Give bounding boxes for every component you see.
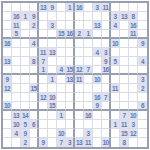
- cell-r2c1[interactable]: 11: [12, 21, 21, 30]
- cell-r15c13[interactable]: 8: [120, 138, 129, 147]
- cell-r1c7[interactable]: [66, 12, 75, 21]
- cell-r10c3[interactable]: [30, 93, 39, 102]
- cell-r8c6[interactable]: [57, 75, 66, 84]
- given-digit: 1: [59, 112, 62, 119]
- cell-r2c7[interactable]: [66, 21, 75, 30]
- cell-r12c2[interactable]: 14: [21, 111, 30, 120]
- cell-r11c4[interactable]: [39, 102, 48, 111]
- cell-r14c4[interactable]: [39, 129, 48, 138]
- cell-r6c1[interactable]: [12, 57, 21, 66]
- cell-r7c2[interactable]: [21, 66, 30, 75]
- cell-r9c12[interactable]: 11: [111, 84, 120, 93]
- given-digit: 12: [4, 85, 10, 92]
- given-digit: 6: [141, 102, 144, 109]
- cell-r0c5[interactable]: 9: [48, 3, 57, 12]
- given-digit: 15: [58, 30, 64, 37]
- given-digit: 3: [104, 49, 107, 56]
- cell-r9c13[interactable]: [120, 84, 129, 93]
- cell-r4c1[interactable]: [12, 39, 21, 48]
- given-digit: 1: [41, 66, 44, 73]
- cell-r2c10[interactable]: 13: [93, 21, 102, 30]
- cell-r6c11[interactable]: 9: [102, 57, 111, 66]
- given-digit: 8: [131, 13, 134, 20]
- cell-r0c2[interactable]: [21, 3, 30, 12]
- cell-r4c14[interactable]: [129, 39, 138, 48]
- cell-r2c12[interactable]: 4: [111, 21, 120, 30]
- given-digit: 3: [86, 130, 89, 137]
- cell-r5c5[interactable]: 13: [48, 48, 57, 57]
- cell-r7c10[interactable]: [93, 66, 102, 75]
- given-digit: 4: [95, 49, 98, 56]
- cell-r10c11[interactable]: 7: [102, 93, 111, 102]
- given-digit: 2: [23, 139, 26, 146]
- cell-r5c0[interactable]: [3, 48, 12, 57]
- cell-r3c0[interactable]: [3, 30, 12, 39]
- cell-r11c1[interactable]: [12, 102, 21, 111]
- cell-r14c8[interactable]: [75, 129, 84, 138]
- cell-r10c2[interactable]: [21, 93, 30, 102]
- cell-r12c4[interactable]: [39, 111, 48, 120]
- cell-r0c7[interactable]: 1: [66, 3, 75, 12]
- cell-r0c4[interactable]: 13: [39, 3, 48, 12]
- cell-r7c8[interactable]: 12: [75, 66, 84, 75]
- given-digit: 16: [130, 22, 136, 29]
- cell-r6c2[interactable]: [21, 57, 30, 66]
- cell-r2c3[interactable]: 2: [30, 21, 39, 30]
- cell-r7c14[interactable]: [129, 66, 138, 75]
- cell-r4c7[interactable]: [66, 39, 75, 48]
- cell-r0c13[interactable]: [120, 3, 129, 12]
- cell-r5c8[interactable]: [75, 48, 84, 57]
- cell-r8c12[interactable]: [111, 75, 120, 84]
- cell-r13c1[interactable]: 10: [12, 120, 21, 129]
- cell-r14c9[interactable]: 3: [84, 129, 93, 138]
- cell-r10c9[interactable]: [84, 93, 93, 102]
- cell-r13c2[interactable]: 5: [21, 120, 30, 129]
- cell-r5c13[interactable]: [120, 48, 129, 57]
- cell-r4c10[interactable]: [93, 39, 102, 48]
- given-digit: 13: [13, 112, 19, 119]
- cell-r10c7[interactable]: [66, 93, 75, 102]
- cell-r8c5[interactable]: 1: [48, 75, 57, 84]
- cell-r4c11[interactable]: [102, 39, 111, 48]
- cell-r0c11[interactable]: 11: [102, 3, 111, 12]
- cell-r7c3[interactable]: [30, 66, 39, 75]
- cell-r13c13[interactable]: 11: [120, 120, 129, 129]
- cell-r13c11[interactable]: [102, 120, 111, 129]
- cell-r14c11[interactable]: [102, 129, 111, 138]
- cell-r11c11[interactable]: [102, 102, 111, 111]
- cell-r4c12[interactable]: 10: [111, 39, 120, 48]
- cell-r8c15[interactable]: 3: [138, 75, 147, 84]
- cell-r4c6[interactable]: [57, 39, 66, 48]
- cell-r10c14[interactable]: [129, 93, 138, 102]
- cell-r15c4[interactable]: 9: [39, 138, 48, 147]
- cell-r10c6[interactable]: [57, 93, 66, 102]
- cell-r3c8[interactable]: 2: [75, 30, 84, 39]
- cell-r0c8[interactable]: 16: [75, 3, 84, 12]
- cell-r5c2[interactable]: [21, 48, 30, 57]
- cell-r8c10[interactable]: 10: [93, 75, 102, 84]
- cell-r15c6[interactable]: 7: [57, 138, 66, 147]
- cell-r6c14[interactable]: [129, 57, 138, 66]
- cell-r5c11[interactable]: 3: [102, 48, 111, 57]
- cell-r14c1[interactable]: 4: [12, 129, 21, 138]
- cell-r7c9[interactable]: 7: [84, 66, 93, 75]
- cell-r9c14[interactable]: [129, 84, 138, 93]
- cell-r7c4[interactable]: 1: [39, 66, 48, 75]
- cell-r13c7[interactable]: [66, 120, 75, 129]
- cell-r0c6[interactable]: [57, 3, 66, 12]
- cell-r6c10[interactable]: [93, 57, 102, 66]
- cell-r7c0[interactable]: [3, 66, 12, 75]
- cell-r6c13[interactable]: [120, 57, 129, 66]
- cell-r6c9[interactable]: [84, 57, 93, 66]
- cell-r1c15[interactable]: [138, 12, 147, 21]
- cell-r3c9[interactable]: 1: [84, 30, 93, 39]
- cell-r12c3[interactable]: [30, 111, 39, 120]
- cell-r3c4[interactable]: [39, 30, 48, 39]
- cell-r8c1[interactable]: [12, 75, 21, 84]
- cell-r15c12[interactable]: [111, 138, 120, 147]
- given-digit: 15: [30, 85, 36, 92]
- cell-r8c9[interactable]: [84, 75, 93, 84]
- given-digit: 11: [76, 76, 82, 83]
- cell-r3c13[interactable]: [120, 30, 129, 39]
- cell-r15c9[interactable]: 11: [84, 138, 93, 147]
- cell-r5c10[interactable]: 4: [93, 48, 102, 57]
- cell-r7c5[interactable]: [48, 66, 57, 75]
- given-digit: 2: [32, 22, 35, 29]
- cell-r11c5[interactable]: 15: [48, 102, 57, 111]
- cell-r3c7[interactable]: 16: [66, 30, 75, 39]
- cell-r5c9[interactable]: [84, 48, 93, 57]
- given-digit: 13: [40, 4, 46, 11]
- cell-r6c12[interactable]: 5: [111, 57, 120, 66]
- cell-r7c7[interactable]: 15: [66, 66, 75, 75]
- cell-r9c0[interactable]: 12: [3, 84, 12, 93]
- cell-r4c8[interactable]: [75, 39, 84, 48]
- cell-r15c1[interactable]: [12, 138, 21, 147]
- cell-r15c15[interactable]: [138, 138, 147, 147]
- cell-r12c12[interactable]: [111, 111, 120, 120]
- cell-r12c9[interactable]: 16: [84, 111, 93, 120]
- cell-r13c5[interactable]: [48, 120, 57, 129]
- cell-r3c15[interactable]: [138, 30, 147, 39]
- cell-r7c15[interactable]: [138, 66, 147, 75]
- given-digit: 11: [103, 4, 109, 11]
- given-digit: 7: [122, 112, 125, 119]
- cell-r0c3[interactable]: [30, 3, 39, 12]
- given-digit: 12: [76, 66, 82, 73]
- cell-r0c12[interactable]: [111, 3, 120, 12]
- cell-r11c10[interactable]: 9: [93, 102, 102, 111]
- cell-r11c3[interactable]: [30, 102, 39, 111]
- cell-r4c4[interactable]: [39, 39, 48, 48]
- cell-r9c10[interactable]: [93, 84, 102, 93]
- cell-r10c12[interactable]: [111, 93, 120, 102]
- cell-r9c8[interactable]: [75, 84, 84, 93]
- cell-r2c13[interactable]: [120, 21, 129, 30]
- cell-r10c0[interactable]: [3, 93, 12, 102]
- cell-r0c0[interactable]: [3, 3, 12, 12]
- given-digit: 15: [49, 102, 55, 109]
- given-digit: 8: [32, 58, 35, 65]
- cell-r8c14[interactable]: [129, 75, 138, 84]
- cell-r3c10[interactable]: [93, 30, 102, 39]
- cell-r9c9[interactable]: [84, 84, 93, 93]
- cell-r9c4[interactable]: [39, 84, 48, 93]
- cell-r9c15[interactable]: 2: [138, 84, 147, 93]
- cell-r1c4[interactable]: [39, 12, 48, 21]
- cell-r10c8[interactable]: [75, 93, 84, 102]
- given-digit: 1: [68, 4, 71, 11]
- cell-r11c13[interactable]: [120, 102, 129, 111]
- cell-r5c6[interactable]: [57, 48, 66, 57]
- cell-r14c3[interactable]: [30, 129, 39, 138]
- cell-r1c3[interactable]: 9: [30, 12, 39, 21]
- cell-r10c13[interactable]: [120, 93, 129, 102]
- cell-r10c15[interactable]: [138, 93, 147, 102]
- cell-r4c9[interactable]: [84, 39, 93, 48]
- cell-r3c1[interactable]: 5: [12, 30, 21, 39]
- cell-r14c14[interactable]: 12: [129, 129, 138, 138]
- cell-r13c8[interactable]: [75, 120, 84, 129]
- cell-r9c3[interactable]: 15: [30, 84, 39, 93]
- cell-r13c6[interactable]: [57, 120, 66, 129]
- cell-r2c8[interactable]: [75, 21, 84, 30]
- cell-r5c12[interactable]: [111, 48, 120, 57]
- cell-r0c10[interactable]: 3: [93, 3, 102, 12]
- cell-r12c8[interactable]: [75, 111, 84, 120]
- cell-r8c11[interactable]: [102, 75, 111, 84]
- cell-r11c9[interactable]: [84, 102, 93, 111]
- cell-r3c2[interactable]: [21, 30, 30, 39]
- cell-r7c6[interactable]: 4: [57, 66, 66, 75]
- given-digit: 9: [5, 76, 8, 83]
- cell-r6c8[interactable]: [75, 57, 84, 66]
- cell-r6c6[interactable]: [57, 57, 66, 66]
- cell-r0c9[interactable]: [84, 3, 93, 12]
- cell-r3c14[interactable]: 11: [129, 30, 138, 39]
- cell-r12c6[interactable]: 1: [57, 111, 66, 120]
- cell-r1c8[interactable]: [75, 12, 84, 21]
- given-digit: 10: [112, 40, 118, 47]
- cell-r11c7[interactable]: [66, 102, 75, 111]
- cell-r11c14[interactable]: [129, 102, 138, 111]
- cell-r8c2[interactable]: [21, 75, 30, 84]
- cell-r2c6[interactable]: [57, 21, 66, 30]
- cell-r2c14[interactable]: 16: [129, 21, 138, 30]
- cell-r6c7[interactable]: [66, 57, 75, 66]
- given-digit: 11: [112, 85, 118, 92]
- cell-r11c2[interactable]: [21, 102, 30, 111]
- cell-r2c5[interactable]: 3: [48, 21, 57, 30]
- given-digit: 13: [76, 139, 82, 146]
- cell-r14c15[interactable]: [138, 129, 147, 138]
- cell-r12c1[interactable]: 13: [12, 111, 21, 120]
- cell-r9c7[interactable]: [66, 84, 75, 93]
- cell-r9c5[interactable]: [48, 84, 57, 93]
- cell-r15c7[interactable]: 3: [66, 138, 75, 147]
- cell-r5c14[interactable]: [129, 48, 138, 57]
- cell-r6c15[interactable]: 4: [138, 57, 147, 66]
- cell-r1c14[interactable]: 8: [129, 12, 138, 21]
- cell-r15c0[interactable]: [3, 138, 12, 147]
- cell-r4c15[interactable]: 9: [138, 39, 147, 48]
- given-digit: 7: [59, 139, 62, 146]
- given-digit: 13: [121, 13, 127, 20]
- cell-r3c11[interactable]: [102, 30, 111, 39]
- cell-r12c0[interactable]: [3, 111, 12, 120]
- cell-r8c4[interactable]: [39, 75, 48, 84]
- given-digit: 13: [66, 76, 72, 83]
- cell-r1c12[interactable]: 3: [111, 12, 120, 21]
- cell-r14c5[interactable]: [48, 129, 57, 138]
- given-digit: 9: [32, 13, 35, 20]
- cell-r9c6[interactable]: [57, 84, 66, 93]
- cell-r15c8[interactable]: 13: [75, 138, 84, 147]
- cell-r2c2[interactable]: [21, 21, 30, 30]
- cell-r8c7[interactable]: 13: [66, 75, 75, 84]
- cell-r14c6[interactable]: 10: [57, 129, 66, 138]
- cell-r14c12[interactable]: [111, 129, 120, 138]
- cell-r4c13[interactable]: [120, 39, 129, 48]
- cell-r15c11[interactable]: 10: [102, 138, 111, 147]
- cell-r11c8[interactable]: [75, 102, 84, 111]
- cell-r13c9[interactable]: [84, 120, 93, 129]
- cell-r11c15[interactable]: 6: [138, 102, 147, 111]
- cell-r6c0[interactable]: 13: [3, 57, 12, 66]
- cell-r4c0[interactable]: 16: [3, 39, 12, 48]
- cell-r6c3[interactable]: 8: [30, 57, 39, 66]
- given-digit: 13: [94, 22, 100, 29]
- cell-r0c1[interactable]: [12, 3, 21, 12]
- cell-r11c12[interactable]: [111, 102, 120, 111]
- cell-r5c7[interactable]: [66, 48, 75, 57]
- given-digit: 7: [41, 58, 44, 65]
- cell-r3c5[interactable]: [48, 30, 57, 39]
- cell-r0c14[interactable]: [129, 3, 138, 12]
- cell-r2c15[interactable]: [138, 21, 147, 30]
- cell-r11c0[interactable]: 10: [3, 102, 12, 111]
- cell-r1c9[interactable]: [84, 12, 93, 21]
- cell-r14c10[interactable]: [93, 129, 102, 138]
- cell-r3c3[interactable]: [30, 30, 39, 39]
- cell-r1c13[interactable]: 13: [120, 12, 129, 21]
- cell-r15c10[interactable]: [93, 138, 102, 147]
- cell-r10c4[interactable]: 12: [39, 93, 48, 102]
- given-digit: 13: [4, 58, 10, 65]
- cell-r14c2[interactable]: 9: [21, 129, 30, 138]
- given-digit: 10: [49, 94, 55, 101]
- cell-r15c5[interactable]: [48, 138, 57, 147]
- cell-r10c1[interactable]: [12, 93, 21, 102]
- given-digit: 3: [68, 139, 71, 146]
- cell-r3c6[interactable]: 15: [57, 30, 66, 39]
- cell-r13c3[interactable]: 6: [30, 120, 39, 129]
- cell-r8c13[interactable]: [120, 75, 129, 84]
- cell-r8c0[interactable]: 9: [3, 75, 12, 84]
- cell-r13c14[interactable]: 3: [129, 120, 138, 129]
- cell-r1c5[interactable]: [48, 12, 57, 21]
- cell-r14c13[interactable]: 15: [120, 129, 129, 138]
- cell-r12c14[interactable]: 10: [129, 111, 138, 120]
- cell-r14c0[interactable]: [3, 129, 12, 138]
- cell-r2c4[interactable]: [39, 21, 48, 30]
- given-digit: 16: [102, 66, 108, 73]
- cell-r1c0[interactable]: [3, 12, 12, 21]
- cell-r5c4[interactable]: 11: [39, 48, 48, 57]
- cell-r8c3[interactable]: [30, 75, 39, 84]
- cell-r1c2[interactable]: 1: [21, 12, 30, 21]
- cell-r10c10[interactable]: 16: [93, 93, 102, 102]
- cell-r13c0[interactable]: [3, 120, 12, 129]
- cell-r14c7[interactable]: [66, 129, 75, 138]
- cell-r13c10[interactable]: [93, 120, 102, 129]
- cell-r11c6[interactable]: [57, 102, 66, 111]
- cell-r7c12[interactable]: [111, 66, 120, 75]
- given-digit: 9: [50, 4, 53, 11]
- cell-r0c15[interactable]: [138, 3, 147, 12]
- given-digit: 10: [102, 139, 108, 146]
- cell-r7c13[interactable]: [120, 66, 129, 75]
- cell-r7c11[interactable]: 16: [102, 66, 111, 75]
- cell-r13c12[interactable]: 1: [111, 120, 120, 129]
- cell-r3c12[interactable]: [111, 30, 120, 39]
- cell-r13c4[interactable]: [39, 120, 48, 129]
- cell-r6c5[interactable]: [48, 57, 57, 66]
- cell-r13c15[interactable]: [138, 120, 147, 129]
- cell-r9c2[interactable]: [21, 84, 30, 93]
- cell-r6c4[interactable]: 7: [39, 57, 48, 66]
- cell-r4c5[interactable]: [48, 39, 57, 48]
- cell-r5c15[interactable]: [138, 48, 147, 57]
- cell-r12c15[interactable]: [138, 111, 147, 120]
- cell-r7c1[interactable]: [12, 66, 21, 75]
- cell-r9c1[interactable]: [12, 84, 21, 93]
- cell-r5c3[interactable]: [30, 48, 39, 57]
- cell-r2c11[interactable]: [102, 21, 111, 30]
- cell-r1c1[interactable]: 16: [12, 12, 21, 21]
- cell-r15c2[interactable]: 2: [21, 138, 30, 147]
- cell-r12c10[interactable]: [93, 111, 102, 120]
- given-digit: 4: [14, 130, 17, 137]
- cell-r1c6[interactable]: [57, 12, 66, 21]
- cell-r10c5[interactable]: 10: [48, 93, 57, 102]
- cell-r8c8[interactable]: 11: [75, 75, 84, 84]
- cell-r9c11[interactable]: [102, 84, 111, 93]
- cell-r12c7[interactable]: [66, 111, 75, 120]
- given-digit: 11: [40, 49, 46, 56]
- given-digit: 9: [23, 130, 26, 137]
- cell-r4c3[interactable]: 4: [30, 39, 39, 48]
- given-digit: 9: [141, 40, 144, 47]
- cell-r12c5[interactable]: [48, 111, 57, 120]
- cell-r1c10[interactable]: [93, 12, 102, 21]
- cell-r1c11[interactable]: [102, 12, 111, 21]
- cell-r15c14[interactable]: [129, 138, 138, 147]
- cell-r4c2[interactable]: [21, 39, 30, 48]
- given-digit: 7: [86, 66, 89, 73]
- cell-r2c9[interactable]: [84, 21, 93, 30]
- cell-r5c1[interactable]: [12, 48, 21, 57]
- given-digit: 4: [113, 22, 116, 29]
- cell-r2c0[interactable]: [3, 21, 12, 30]
- cell-r15c3[interactable]: [30, 138, 39, 147]
- cell-r12c13[interactable]: 7: [120, 111, 129, 120]
- cell-r12c11[interactable]: [102, 111, 111, 120]
